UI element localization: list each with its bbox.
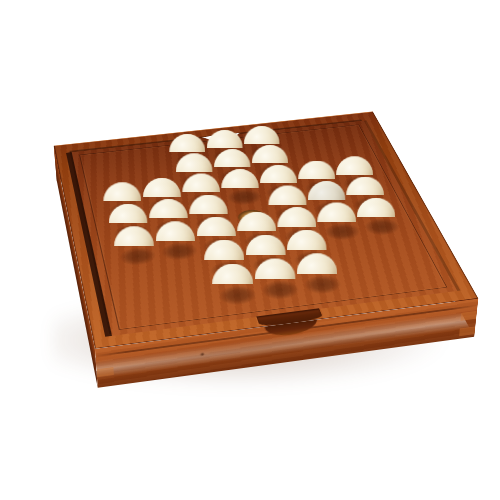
ball [156, 221, 196, 261]
finger-joint [459, 326, 475, 336]
board-lid [72, 121, 458, 336]
ball [221, 169, 259, 207]
ball-shadow [322, 221, 364, 242]
hole-d3 [220, 183, 267, 209]
ball-shadow [159, 241, 199, 262]
product-photo [0, 0, 500, 500]
finger-joint [96, 367, 114, 377]
scene [0, 0, 500, 500]
ball-shadow [216, 284, 259, 307]
hole-b5 [154, 235, 203, 264]
hole-e7 [295, 267, 348, 297]
ball-shadow [301, 273, 345, 296]
ball-shadow [225, 187, 264, 206]
wood-knot [199, 352, 205, 356]
ball-shadow [259, 278, 302, 301]
ball-shadow [361, 217, 403, 237]
solitaire-box [57, 146, 474, 388]
finger-joint [461, 311, 477, 321]
ball-shadow [118, 246, 158, 268]
hole-a5 [112, 240, 160, 269]
